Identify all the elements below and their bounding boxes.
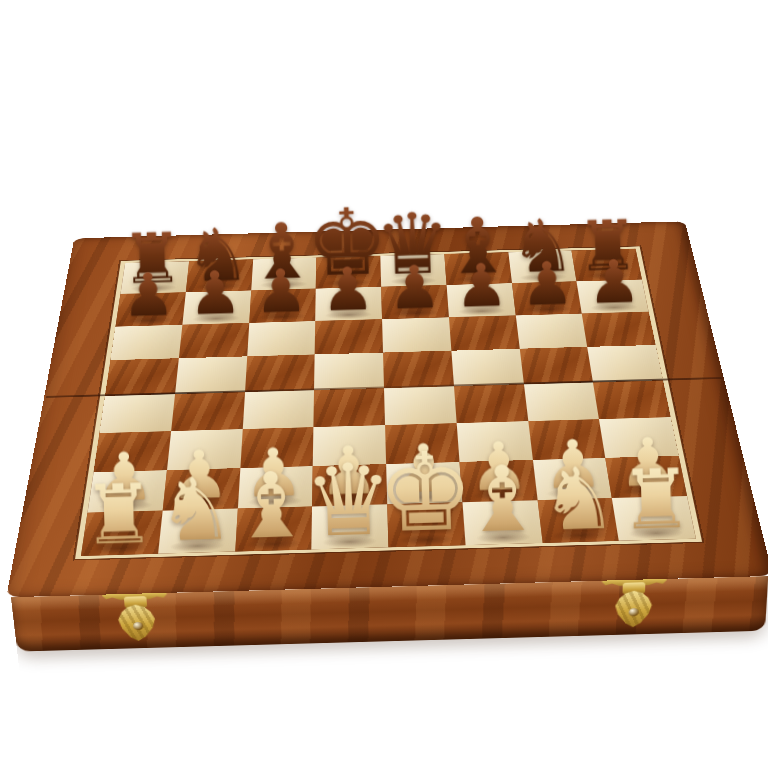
square-b4 — [171, 392, 245, 431]
chess-set: ♜♞♝♚♛♝♞♜♟♟♟♟♟♟♟♟♟♟♟♟♟♟♟♟♜♞♝♛♚♝♞♜ — [6, 221, 768, 597]
piece-black-pawn: ♟ — [188, 265, 243, 323]
square-a4 — [100, 394, 175, 433]
clasp-pendant — [612, 590, 656, 628]
square-g7: ♟ — [512, 281, 582, 315]
piece-black-pawn: ♟ — [121, 267, 176, 325]
brass-clasp-left — [101, 588, 171, 644]
clasp-pendant — [114, 604, 160, 641]
square-d4 — [314, 388, 385, 427]
square-e5 — [383, 351, 454, 388]
square-e6 — [382, 317, 451, 353]
square-f4 — [454, 384, 528, 423]
piece-white-bishop: ♝ — [230, 462, 313, 550]
square-e1: ♚ — [387, 502, 465, 547]
piece-white-knight: ♞ — [540, 457, 619, 541]
square-h5 — [587, 345, 662, 382]
piece-black-pawn: ♟ — [520, 256, 575, 314]
piece-black-pawn: ♟ — [587, 254, 642, 312]
square-h6 — [582, 312, 656, 347]
square-a5 — [105, 358, 178, 395]
square-c5 — [245, 355, 315, 392]
piece-white-rook: ♜ — [81, 475, 156, 554]
playing-area-inlay: ♜♞♝♚♛♝♞♜♟♟♟♟♟♟♟♟♟♟♟♟♟♟♟♟♜♞♝♛♚♝♞♜ — [75, 246, 702, 559]
square-h4 — [593, 380, 670, 419]
square-c1: ♝ — [235, 507, 313, 552]
piece-black-pawn: ♟ — [254, 263, 309, 321]
square-h7: ♟ — [577, 279, 649, 313]
square-e4 — [384, 386, 456, 425]
square-g1: ♞ — [537, 498, 619, 543]
square-d5 — [314, 353, 384, 390]
product-photo-scene: ♜♞♝♚♛♝♞♜♟♟♟♟♟♟♟♟♟♟♟♟♟♟♟♟♜♞♝♛♚♝♞♜ — [0, 0, 768, 768]
square-f7: ♟ — [446, 283, 515, 317]
square-g5 — [519, 347, 593, 384]
square-g4 — [523, 382, 599, 421]
square-f5 — [451, 349, 523, 386]
board-perspective-wrap: ♜♞♝♚♛♝♞♜♟♟♟♟♟♟♟♟♟♟♟♟♟♟♟♟♜♞♝♛♚♝♞♜ — [35, 39, 734, 738]
piece-white-rook: ♜ — [618, 460, 693, 539]
square-b7: ♟ — [182, 290, 251, 324]
clasp-hole — [629, 608, 639, 616]
square-d7: ♟ — [315, 287, 382, 321]
square-c6 — [247, 321, 316, 357]
square-a6 — [110, 325, 182, 361]
board-grid: ♜♞♝♚♛♝♞♜♟♟♟♟♟♟♟♟♟♟♟♟♟♟♟♟♜♞♝♛♚♝♞♜ — [81, 249, 696, 556]
square-e7: ♟ — [381, 285, 449, 319]
square-a7: ♟ — [116, 292, 186, 326]
square-f6 — [449, 315, 520, 351]
piece-black-pawn: ♟ — [387, 260, 442, 318]
piece-white-knight: ♞ — [156, 468, 235, 552]
square-b6 — [179, 323, 249, 359]
square-h1: ♜ — [612, 496, 696, 541]
piece-white-queen: ♛ — [303, 451, 394, 548]
square-g6 — [515, 313, 587, 349]
square-a1: ♜ — [81, 511, 162, 556]
brass-clasp-right — [601, 574, 668, 631]
square-d1: ♛ — [312, 504, 389, 549]
piece-black-pawn: ♟ — [454, 258, 509, 316]
square-d6 — [315, 319, 383, 355]
square-c4 — [242, 390, 314, 429]
square-c7: ♟ — [249, 289, 316, 323]
square-b5 — [175, 357, 247, 394]
clasp-hole — [132, 622, 143, 630]
board-top-surface: ♜♞♝♚♛♝♞♜♟♟♟♟♟♟♟♟♟♟♟♟♟♟♟♟♜♞♝♛♚♝♞♜ — [6, 221, 768, 597]
square-b1: ♞ — [158, 509, 238, 554]
piece-black-pawn: ♟ — [321, 262, 376, 320]
